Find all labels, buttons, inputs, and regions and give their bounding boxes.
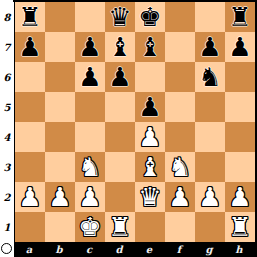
chess-diagram: 87654321 ♜♛♚♜♟♟♝♝♟♟♟♟♞♟♟♞♝♞♟♟♟♛♟♟♟♚♜♜ ab…	[0, 0, 257, 257]
rank-label-4: 4	[0, 122, 14, 152]
square-d6[interactable]: ♟	[105, 62, 135, 92]
square-a6[interactable]	[15, 62, 45, 92]
square-a3[interactable]	[15, 152, 45, 182]
white-bishop[interactable]: ♝	[138, 152, 161, 182]
white-queen[interactable]: ♛	[138, 182, 161, 212]
square-g8[interactable]	[195, 2, 225, 32]
file-label-h: h	[224, 242, 254, 257]
white-pawn[interactable]: ♟	[78, 182, 101, 212]
square-d5[interactable]	[105, 92, 135, 122]
black-pawn[interactable]: ♟	[108, 62, 131, 92]
black-pawn[interactable]: ♟	[228, 32, 251, 62]
black-pawn[interactable]: ♟	[78, 62, 101, 92]
file-label-b: b	[44, 242, 74, 257]
square-e4[interactable]: ♟	[135, 122, 165, 152]
square-b5[interactable]	[45, 92, 75, 122]
square-h3[interactable]	[225, 152, 255, 182]
square-c3[interactable]: ♞	[75, 152, 105, 182]
square-d3[interactable]	[105, 152, 135, 182]
black-rook[interactable]: ♜	[18, 2, 41, 32]
square-b3[interactable]	[45, 152, 75, 182]
square-c5[interactable]	[75, 92, 105, 122]
square-a2[interactable]: ♟	[15, 182, 45, 212]
rank-label-6: 6	[0, 62, 14, 92]
square-a8[interactable]: ♜	[15, 2, 45, 32]
square-h7[interactable]: ♟	[225, 32, 255, 62]
square-c6[interactable]: ♟	[75, 62, 105, 92]
square-c4[interactable]	[75, 122, 105, 152]
square-g7[interactable]: ♟	[195, 32, 225, 62]
square-e8[interactable]: ♚	[135, 2, 165, 32]
square-b6[interactable]	[45, 62, 75, 92]
square-f7[interactable]	[165, 32, 195, 62]
square-g4[interactable]	[195, 122, 225, 152]
white-pawn[interactable]: ♟	[48, 182, 71, 212]
square-d4[interactable]	[105, 122, 135, 152]
file-label-f: f	[164, 242, 194, 257]
square-a5[interactable]	[15, 92, 45, 122]
file-label-a: a	[14, 242, 44, 257]
square-f8[interactable]	[165, 2, 195, 32]
white-knight[interactable]: ♞	[78, 152, 101, 182]
square-b7[interactable]	[45, 32, 75, 62]
white-rook[interactable]: ♜	[108, 212, 131, 242]
file-label-d: d	[104, 242, 134, 257]
square-f2[interactable]: ♟	[165, 182, 195, 212]
black-bishop[interactable]: ♝	[138, 32, 161, 62]
square-b1[interactable]	[45, 212, 75, 242]
white-rook[interactable]: ♜	[228, 212, 251, 242]
file-label-g: g	[194, 242, 224, 257]
black-pawn[interactable]: ♟	[198, 32, 221, 62]
square-g1[interactable]	[195, 212, 225, 242]
white-pawn[interactable]: ♟	[198, 182, 221, 212]
square-g3[interactable]	[195, 152, 225, 182]
square-h2[interactable]: ♟	[225, 182, 255, 212]
black-king[interactable]: ♚	[138, 2, 161, 32]
square-b4[interactable]	[45, 122, 75, 152]
turn-indicator	[0, 242, 14, 257]
square-f6[interactable]	[165, 62, 195, 92]
square-a7[interactable]: ♟	[15, 32, 45, 62]
square-c8[interactable]	[75, 2, 105, 32]
square-f5[interactable]	[165, 92, 195, 122]
square-d2[interactable]	[105, 182, 135, 212]
square-e7[interactable]: ♝	[135, 32, 165, 62]
square-h8[interactable]: ♜	[225, 2, 255, 32]
square-h6[interactable]	[225, 62, 255, 92]
rank-label-1: 1	[0, 212, 14, 242]
white-pawn[interactable]: ♟	[168, 182, 191, 212]
square-c7[interactable]: ♟	[75, 32, 105, 62]
black-pawn[interactable]: ♟	[138, 92, 161, 122]
rank-label-7: 7	[0, 32, 14, 62]
black-rook[interactable]: ♜	[228, 2, 251, 32]
square-g5[interactable]	[195, 92, 225, 122]
rank-label-8: 8	[0, 2, 14, 32]
rank-label-5: 5	[0, 92, 14, 122]
square-a4[interactable]	[15, 122, 45, 152]
file-label-c: c	[74, 242, 104, 257]
black-pawn[interactable]: ♟	[18, 32, 41, 62]
white-pawn[interactable]: ♟	[228, 182, 251, 212]
black-queen[interactable]: ♛	[108, 2, 131, 32]
square-f4[interactable]	[165, 122, 195, 152]
white-knight[interactable]: ♞	[168, 152, 191, 182]
white-pawn[interactable]: ♟	[18, 182, 41, 212]
square-e6[interactable]	[135, 62, 165, 92]
white-to-move-circle-icon	[1, 243, 12, 254]
square-f3[interactable]: ♞	[165, 152, 195, 182]
white-king[interactable]: ♚	[78, 212, 101, 242]
square-c1[interactable]: ♚	[75, 212, 105, 242]
square-d1[interactable]: ♜	[105, 212, 135, 242]
square-h5[interactable]	[225, 92, 255, 122]
square-f1[interactable]	[165, 212, 195, 242]
file-label-e: e	[134, 242, 164, 257]
square-h4[interactable]	[225, 122, 255, 152]
square-b8[interactable]	[45, 2, 75, 32]
chess-board: ♜♛♚♜♟♟♝♝♟♟♟♟♞♟♟♞♝♞♟♟♟♛♟♟♟♚♜♜	[14, 2, 255, 242]
square-c2[interactable]: ♟	[75, 182, 105, 212]
rank-label-3: 3	[0, 152, 14, 182]
file-labels: abcdefgh	[14, 242, 257, 257]
square-b2[interactable]: ♟	[45, 182, 75, 212]
square-d8[interactable]: ♛	[105, 2, 135, 32]
black-bishop[interactable]: ♝	[108, 32, 131, 62]
rank-label-2: 2	[0, 182, 14, 212]
white-pawn[interactable]: ♟	[138, 122, 161, 152]
black-pawn[interactable]: ♟	[78, 32, 101, 62]
rank-labels: 87654321	[0, 2, 14, 242]
square-a1[interactable]	[15, 212, 45, 242]
square-e1[interactable]	[135, 212, 165, 242]
square-e2[interactable]: ♛	[135, 182, 165, 212]
square-e3[interactable]: ♝	[135, 152, 165, 182]
square-g2[interactable]: ♟	[195, 182, 225, 212]
square-h1[interactable]: ♜	[225, 212, 255, 242]
black-knight[interactable]: ♞	[198, 62, 221, 92]
square-e5[interactable]: ♟	[135, 92, 165, 122]
square-d7[interactable]: ♝	[105, 32, 135, 62]
square-g6[interactable]: ♞	[195, 62, 225, 92]
